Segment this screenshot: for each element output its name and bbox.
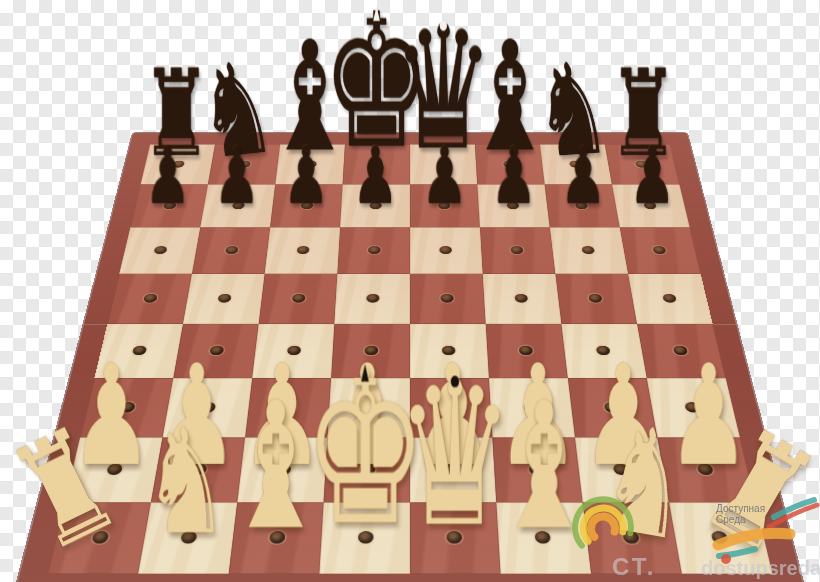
- square-h6[interactable]: [620, 227, 701, 273]
- square-a1[interactable]: ♜: [48, 503, 151, 574]
- watermark-site-url: dostupsreda.ru: [701, 557, 820, 580]
- brand-line1: Доступная: [716, 503, 765, 514]
- image-background: ♜♞♝♚♛♝♞♜♟♟♟♟♟♟♟♟♟♟♟♟♟♟♟♟♜♞♝♚♛♝♞♜ Доступн…: [0, 0, 820, 582]
- square-c7[interactable]: ♟: [270, 184, 342, 227]
- peg-hole: [441, 294, 454, 303]
- square-d7[interactable]: ♟: [340, 184, 410, 227]
- square-d5[interactable]: [334, 274, 410, 324]
- peg-hole: [218, 294, 232, 303]
- square-f5[interactable]: [483, 274, 562, 324]
- square-a7[interactable]: ♟: [130, 184, 208, 227]
- square-b6[interactable]: [192, 227, 270, 273]
- square-e7[interactable]: ♟: [410, 184, 480, 227]
- square-h5[interactable]: [628, 274, 713, 324]
- square-f7[interactable]: ♟: [477, 184, 549, 227]
- piece-black-pawn[interactable]: ♟: [283, 137, 330, 216]
- square-a6[interactable]: [119, 227, 200, 273]
- peg-hole: [588, 294, 602, 303]
- peg-hole: [514, 294, 528, 303]
- peg-hole: [439, 246, 452, 254]
- square-h7[interactable]: ♟: [612, 184, 690, 227]
- white-king-finial-icon: [361, 364, 369, 382]
- piece-black-pawn[interactable]: ♟: [490, 137, 537, 216]
- peg-hole: [292, 294, 306, 303]
- square-g7[interactable]: ♟: [545, 184, 620, 227]
- brand-line2: Среда: [716, 514, 765, 525]
- square-e5[interactable]: [410, 274, 486, 324]
- peg-hole: [153, 246, 167, 254]
- square-c6[interactable]: [265, 227, 340, 273]
- black-king-finial-icon: [373, 5, 380, 20]
- peg-hole: [510, 246, 523, 254]
- square-b5[interactable]: [183, 274, 265, 324]
- peg-hole: [297, 246, 310, 254]
- piece-black-pawn[interactable]: ♟: [421, 137, 468, 216]
- square-e1[interactable]: ♛: [410, 503, 501, 574]
- piece-black-pawn[interactable]: ♟: [560, 137, 607, 216]
- square-a5[interactable]: [107, 274, 192, 324]
- square-d6[interactable]: [337, 227, 410, 273]
- square-b7[interactable]: ♟: [200, 184, 275, 227]
- peg-hole: [368, 246, 381, 254]
- square-b1[interactable]: ♞: [138, 503, 237, 574]
- peg-hole: [581, 246, 595, 254]
- piece-white-knight[interactable]: ♞: [143, 409, 229, 555]
- piece-black-pawn[interactable]: ♟: [144, 137, 191, 216]
- piece-black-pawn[interactable]: ♟: [352, 137, 399, 216]
- piece-black-pawn[interactable]: ♟: [214, 137, 261, 216]
- peg-hole: [366, 294, 379, 303]
- square-e6[interactable]: [410, 227, 483, 273]
- black-queen-finial-icon: [440, 20, 447, 31]
- peg-hole: [225, 246, 239, 254]
- piece-black-pawn[interactable]: ♟: [629, 137, 676, 216]
- peg-hole: [652, 246, 666, 254]
- brand-watermark: Доступная Среда: [716, 503, 765, 525]
- peg-hole: [662, 294, 677, 303]
- square-g5[interactable]: [555, 274, 637, 324]
- square-g6[interactable]: [550, 227, 628, 273]
- square-f6[interactable]: [480, 227, 555, 273]
- dostupsreda-logo-swoosh-icon: [566, 487, 820, 565]
- square-c5[interactable]: [259, 274, 338, 324]
- watermark-partial-text: СТ.: [612, 553, 656, 581]
- white-queen-finial-icon: [451, 375, 459, 387]
- peg-hole: [143, 294, 158, 303]
